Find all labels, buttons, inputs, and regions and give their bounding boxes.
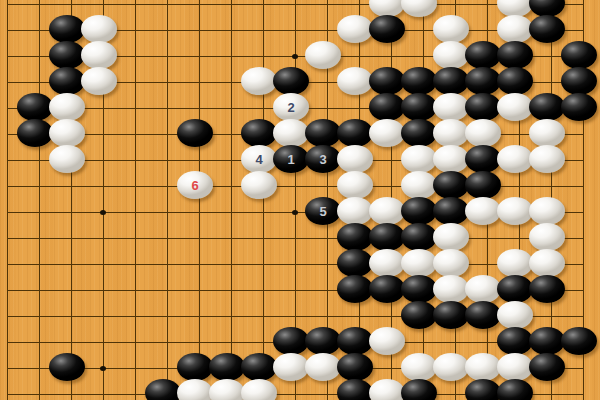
black-stone-c3-r4[interactable]	[49, 41, 85, 69]
black-stone-c11-r7[interactable]	[305, 119, 341, 147]
white-stone-c15-r12[interactable]	[433, 249, 469, 277]
black-stone-c10-r15[interactable]	[273, 327, 309, 355]
white-stone-c16-r13[interactable]	[465, 275, 501, 303]
black-stone-c18-r13[interactable]	[529, 275, 565, 303]
white-stone-c12-r3[interactable]	[337, 15, 373, 43]
grid-line-vertical	[39, 0, 40, 400]
white-stone-c16-r7[interactable]	[465, 119, 501, 147]
move-number-label: 1	[287, 153, 294, 166]
black-stone-c13-r5[interactable]	[369, 67, 405, 95]
white-stone-c7-r9[interactable]: 6	[177, 171, 213, 199]
white-stone-c15-r16[interactable]	[433, 353, 469, 381]
white-stone-c14-r8[interactable]	[401, 145, 437, 173]
white-stone-c17-r6[interactable]	[497, 93, 533, 121]
grid-line-vertical	[7, 0, 8, 400]
white-stone-c15-r11[interactable]	[433, 223, 469, 251]
black-stone-c16-r8[interactable]	[465, 145, 501, 173]
grid-line-vertical	[167, 0, 168, 400]
black-stone-c16-r14[interactable]	[465, 301, 501, 329]
white-stone-c4-r4[interactable]	[81, 41, 117, 69]
white-stone-c18-r7[interactable]	[529, 119, 565, 147]
black-stone-c19-r15[interactable]	[561, 327, 597, 355]
black-stone-c12-r13[interactable]	[337, 275, 373, 303]
black-stone-c15-r5[interactable]	[433, 67, 469, 95]
black-stone-c16-r9[interactable]	[465, 171, 501, 199]
black-stone-c2-r6[interactable]	[17, 93, 53, 121]
black-stone-c10-r8[interactable]: 1	[273, 145, 309, 173]
black-stone-c14-r5[interactable]	[401, 67, 437, 95]
black-stone-c12-r16[interactable]	[337, 353, 373, 381]
white-stone-c13-r17[interactable]	[369, 379, 405, 400]
black-stone-c12-r7[interactable]	[337, 119, 373, 147]
white-stone-c15-r7[interactable]	[433, 119, 469, 147]
star-point	[100, 210, 106, 215]
black-stone-c18-r15[interactable]	[529, 327, 565, 355]
move-number-label: 2	[287, 101, 294, 114]
black-stone-c12-r15[interactable]	[337, 327, 373, 355]
grid-line-horizontal	[7, 238, 584, 239]
white-stone-c18-r12[interactable]	[529, 249, 565, 277]
white-stone-c15-r6[interactable]	[433, 93, 469, 121]
white-stone-c15-r13[interactable]	[433, 275, 469, 303]
white-stone-c3-r8[interactable]	[49, 145, 85, 173]
black-stone-c16-r4[interactable]	[465, 41, 501, 69]
black-stone-c19-r5[interactable]	[561, 67, 597, 95]
black-stone-c13-r6[interactable]	[369, 93, 405, 121]
white-stone-c15-r3[interactable]	[433, 15, 469, 43]
black-stone-c16-r17[interactable]	[465, 379, 501, 400]
move-number-label: 3	[319, 153, 326, 166]
black-stone-c14-r7[interactable]	[401, 119, 437, 147]
black-stone-c14-r6[interactable]	[401, 93, 437, 121]
black-stone-c17-r13[interactable]	[497, 275, 533, 303]
white-stone-c9-r8[interactable]: 4	[241, 145, 277, 173]
white-stone-c14-r16[interactable]	[401, 353, 437, 381]
black-stone-c18-r6[interactable]	[529, 93, 565, 121]
white-stone-c16-r16[interactable]	[465, 353, 501, 381]
white-stone-c18-r10[interactable]	[529, 197, 565, 225]
white-stone-c17-r16[interactable]	[497, 353, 533, 381]
white-stone-c14-r9[interactable]	[401, 171, 437, 199]
black-stone-c18-r16[interactable]	[529, 353, 565, 381]
black-stone-c3-r5[interactable]	[49, 67, 85, 95]
white-stone-c9-r5[interactable]	[241, 67, 277, 95]
black-stone-c19-r4[interactable]	[561, 41, 597, 69]
black-stone-c13-r3[interactable]	[369, 15, 405, 43]
black-stone-c9-r7[interactable]	[241, 119, 277, 147]
star-point	[292, 210, 298, 215]
black-stone-c11-r8[interactable]: 3	[305, 145, 341, 173]
black-stone-c11-r10[interactable]: 5	[305, 197, 341, 225]
black-stone-c14-r10[interactable]	[401, 197, 437, 225]
black-stone-c9-r16[interactable]	[241, 353, 277, 381]
white-stone-c4-r3[interactable]	[81, 15, 117, 43]
black-stone-c13-r11[interactable]	[369, 223, 405, 251]
grid-line-vertical	[263, 0, 264, 400]
white-stone-c15-r8[interactable]	[433, 145, 469, 173]
white-stone-c17-r14[interactable]	[497, 301, 533, 329]
white-stone-c18-r8[interactable]	[529, 145, 565, 173]
black-stone-c15-r14[interactable]	[433, 301, 469, 329]
black-stone-c2-r7[interactable]	[17, 119, 53, 147]
white-stone-c7-r17[interactable]	[177, 379, 213, 400]
white-stone-c17-r12[interactable]	[497, 249, 533, 277]
black-stone-c18-r3[interactable]	[529, 15, 565, 43]
grid-line-vertical	[135, 0, 136, 400]
white-stone-c12-r8[interactable]	[337, 145, 373, 173]
black-stone-c7-r7[interactable]	[177, 119, 213, 147]
grid-line-vertical	[199, 0, 200, 400]
black-stone-c14-r11[interactable]	[401, 223, 437, 251]
black-stone-c16-r6[interactable]	[465, 93, 501, 121]
black-stone-c6-r17[interactable]	[145, 379, 181, 400]
black-stone-c19-r6[interactable]	[561, 93, 597, 121]
white-stone-c11-r4[interactable]	[305, 41, 341, 69]
white-stone-c3-r7[interactable]	[49, 119, 85, 147]
star-point	[100, 366, 106, 371]
white-stone-c10-r6[interactable]: 2	[273, 93, 309, 121]
black-stone-c17-r15[interactable]	[497, 327, 533, 355]
grid-line-vertical	[231, 0, 232, 400]
white-stone-c15-r4[interactable]	[433, 41, 469, 69]
white-stone-c17-r10[interactable]	[497, 197, 533, 225]
black-stone-c8-r16[interactable]	[209, 353, 245, 381]
black-stone-c16-r5[interactable]	[465, 67, 501, 95]
white-stone-c9-r17[interactable]	[241, 379, 277, 400]
black-stone-c13-r13[interactable]	[369, 275, 405, 303]
black-stone-c7-r16[interactable]	[177, 353, 213, 381]
white-stone-c17-r3[interactable]	[497, 15, 533, 43]
black-stone-c12-r17[interactable]	[337, 379, 373, 400]
black-stone-c11-r15[interactable]	[305, 327, 341, 355]
black-stone-c17-r4[interactable]	[497, 41, 533, 69]
move-number-label: 4	[255, 153, 262, 166]
white-stone-c18-r11[interactable]	[529, 223, 565, 251]
white-stone-c13-r15[interactable]	[369, 327, 405, 355]
white-stone-c3-r6[interactable]	[49, 93, 85, 121]
white-stone-c13-r10[interactable]	[369, 197, 405, 225]
white-stone-c10-r16[interactable]	[273, 353, 309, 381]
go-board[interactable]: 241365	[0, 0, 600, 400]
white-stone-c16-r10[interactable]	[465, 197, 501, 225]
black-stone-c3-r16[interactable]	[49, 353, 85, 381]
star-point	[292, 54, 298, 59]
white-stone-c14-r2[interactable]	[401, 0, 437, 17]
black-stone-c14-r13[interactable]	[401, 275, 437, 303]
black-stone-c14-r17[interactable]	[401, 379, 437, 400]
black-stone-c10-r5[interactable]	[273, 67, 309, 95]
black-stone-c15-r10[interactable]	[433, 197, 469, 225]
black-stone-c3-r3[interactable]	[49, 15, 85, 43]
go-game-screenshot: 241365	[0, 0, 600, 400]
black-stone-c12-r11[interactable]	[337, 223, 373, 251]
black-stone-c17-r5[interactable]	[497, 67, 533, 95]
white-stone-c13-r12[interactable]	[369, 249, 405, 277]
black-stone-c12-r12[interactable]	[337, 249, 373, 277]
white-stone-c13-r7[interactable]	[369, 119, 405, 147]
white-stone-c4-r5[interactable]	[81, 67, 117, 95]
black-stone-c15-r9[interactable]	[433, 171, 469, 199]
white-stone-c11-r16[interactable]	[305, 353, 341, 381]
black-stone-c14-r14[interactable]	[401, 301, 437, 329]
move-number-label: 6	[191, 179, 198, 192]
black-stone-c17-r17[interactable]	[497, 379, 533, 400]
white-stone-c10-r7[interactable]	[273, 119, 309, 147]
white-stone-c12-r9[interactable]	[337, 171, 373, 199]
white-stone-c14-r12[interactable]	[401, 249, 437, 277]
move-number-label: 5	[319, 205, 326, 218]
white-stone-c8-r17[interactable]	[209, 379, 245, 400]
white-stone-c12-r10[interactable]	[337, 197, 373, 225]
white-stone-c17-r8[interactable]	[497, 145, 533, 173]
white-stone-c12-r5[interactable]	[337, 67, 373, 95]
white-stone-c9-r9[interactable]	[241, 171, 277, 199]
